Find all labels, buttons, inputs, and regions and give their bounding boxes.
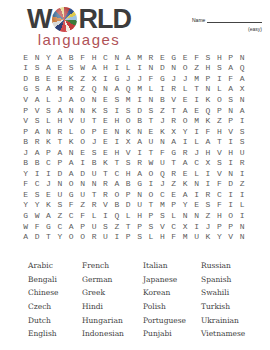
- grid-cell: T: [88, 189, 99, 200]
- grid-cell: I: [111, 231, 122, 242]
- grid-cell: A: [123, 52, 134, 63]
- grid-cell: V: [225, 231, 236, 242]
- grid-cell: P: [43, 147, 54, 158]
- grid-cell: I: [225, 200, 236, 211]
- grid-cell: X: [168, 126, 179, 137]
- word-list-item: Swahili: [201, 286, 261, 300]
- grid-cell: B: [157, 94, 168, 105]
- grid-cell: T: [88, 115, 99, 126]
- grid-cell: P: [77, 221, 88, 232]
- grid-cell: L: [145, 84, 156, 95]
- word-list-item: Greek: [82, 286, 143, 300]
- grid-cell: P: [225, 221, 236, 232]
- grid-cell: U: [157, 157, 168, 168]
- grid-cell: K: [179, 179, 190, 190]
- grid-cell: K: [66, 73, 77, 84]
- grid-cell: S: [236, 126, 247, 137]
- grid-cell: I: [202, 168, 213, 179]
- grid-cell: I: [111, 63, 122, 74]
- grid-cell: B: [20, 157, 31, 168]
- grid-cell: G: [134, 179, 145, 190]
- grid-cell: N: [77, 105, 88, 116]
- grid-cell: A: [236, 105, 247, 116]
- grid-cell: Z: [191, 63, 202, 74]
- grid-cell: O: [179, 115, 190, 126]
- grid-cell: N: [225, 168, 236, 179]
- grid-cell: M: [191, 73, 202, 84]
- grid-cell: B: [66, 52, 77, 63]
- grid-cell: Z: [77, 200, 88, 211]
- grid-cell: A: [179, 189, 190, 200]
- word-list-item: Ukrainian: [201, 313, 261, 327]
- grid-cell: E: [157, 52, 168, 63]
- grid-cell: N: [145, 63, 156, 74]
- grid-cell: Z: [214, 115, 225, 126]
- grid-cell: R: [168, 115, 179, 126]
- grid-cell: A: [54, 147, 65, 158]
- grid-cell: W: [77, 63, 88, 74]
- name-line[interactable]: [207, 17, 262, 23]
- grid-cell: V: [214, 168, 225, 179]
- grid-cell: R: [168, 168, 179, 179]
- grid-cell: B: [123, 179, 134, 190]
- grid-cell: N: [77, 179, 88, 190]
- grid-cell: F: [214, 179, 225, 190]
- grid-cell: R: [31, 136, 42, 147]
- grid-cell: Y: [54, 231, 65, 242]
- word-list-item: French: [82, 259, 143, 273]
- grid-cell: Y: [179, 200, 190, 211]
- word-list-item: Indonesian: [82, 327, 143, 341]
- grid-cell: A: [202, 136, 213, 147]
- grid-cell: U: [77, 189, 88, 200]
- grid-cell: L: [145, 231, 156, 242]
- grid-cell: V: [123, 147, 134, 158]
- grid-cell: E: [191, 200, 202, 211]
- grid-cell: F: [168, 231, 179, 242]
- grid-cell: T: [214, 136, 225, 147]
- grid-cell: A: [43, 210, 54, 221]
- grid-cell: A: [179, 157, 190, 168]
- grid-cell: A: [236, 73, 247, 84]
- grid-cell: H: [214, 126, 225, 137]
- grid-cell: A: [31, 147, 42, 158]
- grid-cell: E: [179, 94, 190, 105]
- worksheet-page: W RLD languages Name (easy) ENYABFHCNAMR…: [0, 0, 270, 350]
- grid-cell: S: [202, 200, 213, 211]
- grid-cell: S: [31, 115, 42, 126]
- grid-cell: F: [191, 52, 202, 63]
- grid-cell: U: [145, 136, 156, 147]
- grid-cell: V: [214, 147, 225, 158]
- grid-cell: F: [145, 73, 156, 84]
- grid-cell: S: [145, 221, 156, 232]
- grid-cell: S: [202, 52, 213, 63]
- grid-cell: S: [214, 63, 225, 74]
- grid-cell: E: [100, 94, 111, 105]
- grid-cell: H: [214, 52, 225, 63]
- word-list-item: Korean: [143, 286, 201, 300]
- word-list-item: Portuguese: [143, 313, 201, 327]
- grid-cell: N: [236, 94, 247, 105]
- grid-cell: Q: [202, 105, 213, 116]
- grid-cell: A: [111, 84, 122, 95]
- grid-cell: F: [202, 126, 213, 137]
- grid-cell: F: [214, 200, 225, 211]
- grid-cell: I: [191, 189, 202, 200]
- grid-cell: E: [54, 63, 65, 74]
- grid-cell: S: [134, 231, 145, 242]
- grid-cell: S: [225, 94, 236, 105]
- grid-cell: A: [54, 105, 65, 116]
- grid-cell: Z: [54, 210, 65, 221]
- grid-cell: F: [20, 179, 31, 190]
- grid-cell: T: [111, 157, 122, 168]
- grid-cell: J: [191, 147, 202, 158]
- grid-cell: D: [134, 105, 145, 116]
- grid-cell: O: [77, 94, 88, 105]
- grid-cell: J: [202, 221, 213, 232]
- grid-cell: D: [157, 63, 168, 74]
- grid-cell: N: [100, 84, 111, 95]
- grid-cell: J: [157, 179, 168, 190]
- grid-cell: C: [66, 210, 77, 221]
- grid-cell: O: [225, 210, 236, 221]
- word-list-item: Vietnamese: [201, 327, 261, 341]
- grid-cell: V: [66, 115, 77, 126]
- word-list-item: Russian: [201, 259, 261, 273]
- grid-cell: N: [134, 189, 145, 200]
- grid-cell: J: [43, 179, 54, 190]
- name-label: Name: [192, 17, 207, 23]
- grid-cell: K: [88, 105, 99, 116]
- word-list-item: Hungarian: [82, 313, 143, 327]
- grid-cell: D: [20, 73, 31, 84]
- word-list-item: Czech: [28, 300, 82, 314]
- grid-cell: U: [88, 221, 99, 232]
- grid-cell: L: [123, 210, 134, 221]
- grid-cell: T: [168, 105, 179, 116]
- grid-cell: O: [77, 231, 88, 242]
- grid-cell: R: [134, 157, 145, 168]
- grid-cell: T: [145, 200, 156, 211]
- grid-cell: J: [20, 147, 31, 158]
- grid-cell: E: [20, 52, 31, 63]
- grid-cell: S: [31, 189, 42, 200]
- grid-cell: C: [54, 221, 65, 232]
- grid-cell: O: [145, 189, 156, 200]
- grid-cell: M: [134, 84, 145, 95]
- grid-cell: N: [88, 179, 99, 190]
- grid-cell: A: [54, 52, 65, 63]
- grid-cell: V: [20, 94, 31, 105]
- grid-cell: U: [236, 147, 247, 158]
- name-area: Name (easy): [192, 17, 262, 32]
- grid-cell: S: [214, 157, 225, 168]
- grid-cell: Y: [43, 52, 54, 63]
- grid-cell: G: [157, 73, 168, 84]
- word-list-item: Spanish: [201, 273, 261, 287]
- grid-cell: W: [31, 210, 42, 221]
- grid-cell: S: [100, 221, 111, 232]
- brand-subtitle: languages: [26, 31, 132, 48]
- grid-cell: G: [168, 147, 179, 158]
- grid-cell: I: [20, 63, 31, 74]
- grid-cell: N: [145, 94, 156, 105]
- grid-cell: N: [191, 179, 202, 190]
- grid-cell: Q: [157, 168, 168, 179]
- grid-cell: B: [111, 200, 122, 211]
- grid-cell: O: [123, 115, 134, 126]
- grid-cell: H: [111, 147, 122, 158]
- grid-cell: B: [20, 136, 31, 147]
- grid-cell: E: [54, 73, 65, 84]
- grid-cell: P: [20, 105, 31, 116]
- grid-cell: P: [202, 73, 213, 84]
- grid-cell: U: [77, 115, 88, 126]
- grid-cell: R: [88, 200, 99, 211]
- grid-cell: L: [43, 115, 54, 126]
- grid-cell: G: [66, 189, 77, 200]
- grid-cell: F: [66, 200, 77, 211]
- grid-cell: T: [100, 168, 111, 179]
- grid-cell: P: [145, 210, 156, 221]
- grid-cell: C: [191, 157, 202, 168]
- grid-cell: X: [123, 136, 134, 147]
- grid-cell: C: [111, 168, 122, 179]
- grid-cell: K: [100, 157, 111, 168]
- grid-cell: X: [202, 157, 213, 168]
- grid-cell: P: [134, 221, 145, 232]
- grid-cell: H: [157, 231, 168, 242]
- word-list-item: Chinese: [28, 286, 82, 300]
- grid-cell: R: [236, 157, 247, 168]
- grid-cell: G: [43, 221, 54, 232]
- word-list-item: English: [28, 327, 82, 341]
- grid-cell: T: [168, 157, 179, 168]
- grid-cell: S: [88, 147, 99, 158]
- grid-cell: N: [111, 126, 122, 137]
- grid-cell: I: [225, 136, 236, 147]
- grid-cell: I: [157, 84, 168, 95]
- grid-cell: B: [88, 157, 99, 168]
- grid-cell: O: [77, 126, 88, 137]
- grid-cell: Q: [123, 84, 134, 95]
- grid-cell: T: [145, 147, 156, 158]
- grid-cell: B: [134, 115, 145, 126]
- grid-cell: A: [43, 84, 54, 95]
- grid-cell: Z: [168, 179, 179, 190]
- grid-cell: T: [145, 115, 156, 126]
- grid-cell: I: [225, 157, 236, 168]
- grid-cell: U: [54, 189, 65, 200]
- grid-cell: V: [225, 126, 236, 137]
- grid-cell: L: [66, 126, 77, 137]
- grid-cell: J: [88, 136, 99, 147]
- grid-cell: L: [179, 84, 190, 95]
- grid-cell: S: [100, 105, 111, 116]
- difficulty-label: (easy): [192, 26, 262, 32]
- word-list: ArabicFrenchItalianRussianBengaliGermanJ…: [28, 259, 261, 341]
- grid-cell: N: [202, 84, 213, 95]
- grid-cell: S: [66, 63, 77, 74]
- grid-cell: P: [123, 189, 134, 200]
- grid-cell: F: [77, 52, 88, 63]
- grid-cell: C: [214, 189, 225, 200]
- grid-cell: H: [214, 210, 225, 221]
- grid-cell: F: [157, 147, 168, 158]
- word-list-item: Bengali: [28, 273, 82, 287]
- grid-cell: Q: [111, 210, 122, 221]
- grid-cell: Y: [214, 231, 225, 242]
- grid-cell: I: [145, 179, 156, 190]
- grid-cell: E: [100, 147, 111, 158]
- grid-cell: L: [123, 63, 134, 74]
- grid-cell: S: [43, 105, 54, 116]
- grid-cell: Z: [77, 84, 88, 95]
- grid-cell: N: [236, 221, 247, 232]
- grid-cell: K: [202, 94, 213, 105]
- grid-cell: I: [225, 189, 236, 200]
- grid-cell: I: [214, 73, 225, 84]
- grid-cell: E: [100, 126, 111, 137]
- grid-cell: P: [225, 115, 236, 126]
- logo: W RLD languages: [26, 6, 132, 48]
- grid-cell: K: [202, 115, 213, 126]
- grid-cell: R: [66, 84, 77, 95]
- grid-cell: X: [236, 84, 247, 95]
- grid-cell: F: [31, 221, 42, 232]
- brand-word: W RLD: [26, 6, 132, 33]
- grid-cell: N: [31, 52, 42, 63]
- grid-cell: X: [179, 221, 190, 232]
- grid-cell: P: [214, 105, 225, 116]
- grid-cell: R: [88, 231, 99, 242]
- grid-cell: G: [111, 73, 122, 84]
- grid-cell: R: [202, 189, 213, 200]
- grid-cell: Z: [111, 221, 122, 232]
- grid-cell: K: [66, 136, 77, 147]
- grid-cell: N: [236, 231, 247, 242]
- grid-cell: N: [66, 105, 77, 116]
- grid-cell: W: [20, 221, 31, 232]
- grid-cell: E: [100, 136, 111, 147]
- grid-cell: A: [134, 168, 145, 179]
- grid-cell: V: [168, 94, 179, 105]
- grid-cell: I: [134, 63, 145, 74]
- grid-cell: I: [31, 168, 42, 179]
- grid-cell: C: [168, 221, 179, 232]
- grid-cell: A: [225, 63, 236, 74]
- grid-cell: I: [111, 136, 122, 147]
- grid-cell: S: [123, 105, 134, 116]
- grid-cell: A: [134, 136, 145, 147]
- word-list-item: Japanese: [143, 273, 201, 287]
- grid-cell: E: [43, 73, 54, 84]
- grid-cell: N: [236, 52, 247, 63]
- grid-cell: D: [123, 200, 134, 211]
- grid-cell: Q: [236, 63, 247, 74]
- grid-cell: K: [43, 136, 54, 147]
- grid-cell: T: [191, 84, 202, 95]
- grid-cell: F: [225, 73, 236, 84]
- grid-cell: E: [168, 189, 179, 200]
- grid-cell: I: [77, 157, 88, 168]
- grid-cell: U: [100, 231, 111, 242]
- grid-cell: X: [88, 73, 99, 84]
- grid-cell: B: [31, 157, 42, 168]
- grid-cell: N: [66, 147, 77, 158]
- grid-cell: R: [168, 84, 179, 95]
- grid-cell: I: [100, 210, 111, 221]
- grid-cell: P: [123, 231, 134, 242]
- grid-cell: Z: [77, 73, 88, 84]
- grid-cell: J: [134, 73, 145, 84]
- grid-cell: A: [88, 63, 99, 74]
- grid-cell: E: [20, 189, 31, 200]
- grid-cell: I: [191, 94, 202, 105]
- grid-cell: V: [20, 115, 31, 126]
- grid-cell: S: [31, 84, 42, 95]
- grid-cell: N: [168, 63, 179, 74]
- grid-cell: C: [157, 189, 168, 200]
- grid-cell: L: [191, 168, 202, 179]
- grid-cell: A: [66, 221, 77, 232]
- grid-cell: F: [77, 210, 88, 221]
- grid-cell: L: [236, 200, 247, 211]
- grid-cell: H: [88, 52, 99, 63]
- grid-cell: N: [134, 126, 145, 137]
- grid-cell: H: [123, 168, 134, 179]
- grid-cell: H: [54, 115, 65, 126]
- grid-cell: Y: [20, 168, 31, 179]
- grid-cell: L: [214, 84, 225, 95]
- grid-cell: A: [111, 179, 122, 190]
- word-list-item: Hindi: [82, 300, 143, 314]
- grid-cell: K: [157, 126, 168, 137]
- grid-cell: U: [88, 168, 99, 179]
- grid-cell: L: [43, 94, 54, 105]
- word-list-item: German: [82, 273, 143, 287]
- grid-cell: O: [66, 179, 77, 190]
- grid-cell: E: [77, 147, 88, 158]
- grid-cell: Y: [20, 200, 31, 211]
- grid-cell: A: [66, 94, 77, 105]
- grid-cell: L: [88, 210, 99, 221]
- grid-cell: O: [214, 94, 225, 105]
- grid-cell: W: [145, 157, 156, 168]
- grid-cell: A: [31, 94, 42, 105]
- grid-cell: V: [100, 200, 111, 211]
- grid-cell: Z: [236, 179, 247, 190]
- grid-cell: M: [123, 94, 134, 105]
- grid-cell: Y: [179, 126, 190, 137]
- grid-cell: K: [202, 231, 213, 242]
- grid-cell: V: [31, 105, 42, 116]
- grid-cell: R: [100, 189, 111, 200]
- grid-cell: I: [100, 73, 111, 84]
- grid-cell: D: [54, 168, 65, 179]
- grid-cell: H: [202, 63, 213, 74]
- grid-cell: K: [43, 200, 54, 211]
- grid-cell: S: [111, 94, 122, 105]
- grid-cell: P: [168, 200, 179, 211]
- grid-cell: H: [111, 115, 122, 126]
- grid-cell: N: [43, 126, 54, 137]
- grid-cell: I: [179, 136, 190, 147]
- grid-cell: I: [236, 210, 247, 221]
- grid-cell: E: [145, 126, 156, 137]
